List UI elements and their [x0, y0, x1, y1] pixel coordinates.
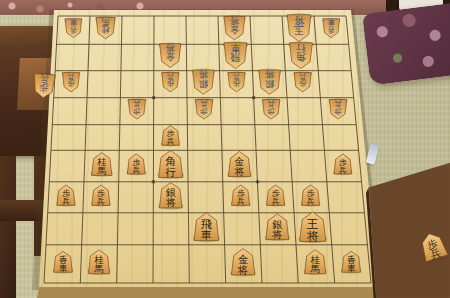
piece-kanji-bottom: 車 [59, 263, 68, 273]
hoshi-dot [256, 180, 259, 183]
shogi-piece-N[interactable]: 桂馬 [304, 250, 327, 275]
piece-kanji-bottom: 将 [271, 228, 282, 240]
shogi-piece-G[interactable]: 金将 [223, 15, 246, 40]
piece-kanji-bottom: 将 [229, 16, 240, 27]
piece-kanji-bottom: 車 [69, 18, 77, 27]
shogi-piece-P[interactable]: 歩兵 [231, 185, 251, 207]
piece-kanji-bottom: 兵 [39, 73, 49, 85]
shogi-piece-G[interactable]: 金将 [230, 249, 256, 277]
shogi-piece-P[interactable]: 歩兵 [126, 154, 146, 175]
piece-kanji-bottom: 兵 [307, 196, 315, 206]
shogi-piece-N[interactable]: 桂馬 [91, 153, 113, 177]
shogi-piece-P[interactable]: 歩兵 [32, 72, 57, 99]
piece-kanji-bottom: 兵 [237, 196, 245, 206]
shogi-piece-B[interactable]: 角行 [288, 41, 313, 68]
shogi-piece-K[interactable]: 王将 [298, 212, 327, 243]
shogi-piece-L[interactable]: 香車 [53, 251, 74, 273]
shogi-piece-L[interactable]: 香車 [341, 251, 362, 273]
piece-kanji-bottom: 兵 [334, 99, 342, 108]
piece-kanji-bottom: 馬 [101, 17, 111, 27]
shogi-piece-P[interactable]: 歩兵 [62, 71, 81, 91]
piece-kanji-bottom: 兵 [167, 137, 175, 146]
shogi-piece-N[interactable]: 桂馬 [87, 250, 110, 275]
piece-kanji-bottom: 兵 [267, 99, 275, 108]
shogi-piece-G[interactable]: 金将 [159, 42, 182, 67]
shogi-piece-P[interactable]: 歩兵 [91, 185, 111, 207]
piece-kanji-bottom: 馬 [93, 263, 104, 274]
hoshi-dot [152, 96, 155, 99]
shogi-piece-R[interactable]: 飛車 [193, 213, 220, 242]
shogi-piece-P[interactable]: 歩兵 [333, 154, 353, 175]
shogi-piece-P[interactable]: 歩兵 [262, 98, 281, 119]
board-grid-lines [44, 16, 371, 283]
piece-kanji-bottom: 兵 [62, 196, 70, 206]
hoshi-dot [252, 96, 255, 99]
shogi-piece-G[interactable]: 金将 [227, 152, 252, 179]
shogi-scene: 香車桂馬金将玉将香車金将飛車角行歩兵歩兵銀将歩兵銀将歩兵歩兵歩兵歩兵歩兵歩兵桂馬… [0, 0, 450, 298]
shogi-piece-P[interactable]: 歩兵 [417, 230, 450, 264]
shogi-piece-S[interactable]: 銀将 [192, 69, 216, 95]
piece-kanji-bottom: 兵 [97, 196, 105, 206]
piece-kanji-bottom: 行 [165, 166, 176, 179]
piece-kanji-bottom: 馬 [309, 263, 320, 274]
shogi-piece-N[interactable]: 桂馬 [95, 16, 116, 39]
piece-kanji-bottom: 将 [264, 69, 275, 80]
piece-kanji-bottom: 兵 [132, 166, 140, 175]
shogi-piece-S[interactable]: 銀将 [158, 183, 183, 210]
piece-kanji-bottom: 将 [198, 69, 209, 80]
shogi-piece-P[interactable]: 歩兵 [266, 185, 286, 207]
piece-kanji-bottom: 将 [165, 197, 176, 208]
piece-kanji-bottom: 兵 [272, 196, 280, 206]
piece-kanji-bottom: 兵 [166, 72, 174, 81]
piece-kanji-bottom: 兵 [299, 72, 307, 81]
shogi-piece-P[interactable]: 歩兵 [127, 98, 146, 119]
pieces-layer: 香車桂馬金将玉将香車金将飛車角行歩兵歩兵銀将歩兵銀将歩兵歩兵歩兵歩兵歩兵歩兵桂馬… [32, 13, 450, 276]
piece-kanji-bottom: 将 [294, 14, 306, 27]
piece-kanji-bottom: 車 [201, 229, 212, 242]
shogi-piece-P[interactable]: 歩兵 [161, 126, 180, 147]
shogi-piece-P[interactable]: 歩兵 [161, 71, 180, 91]
piece-kanji-bottom: 行 [296, 43, 306, 54]
board-grid-and-pieces: 香車桂馬金将玉将香車金将飛車角行歩兵歩兵銀将歩兵銀将歩兵歩兵歩兵歩兵歩兵歩兵桂馬… [0, 0, 450, 298]
shogi-piece-P[interactable]: 歩兵 [301, 185, 321, 207]
piece-kanji-bottom: 将 [237, 264, 249, 276]
piece-kanji-bottom: 将 [165, 43, 176, 54]
piece-kanji-bottom: 車 [230, 43, 241, 54]
piece-kanji-bottom: 兵 [339, 166, 347, 175]
shogi-piece-P[interactable]: 歩兵 [56, 185, 76, 207]
piece-kanji-bottom: 車 [327, 18, 335, 27]
piece-kanji-bottom: 将 [234, 166, 245, 177]
piece-kanji-bottom: 兵 [133, 99, 141, 108]
shogi-piece-L[interactable]: 香車 [322, 18, 340, 38]
shogi-piece-P[interactable]: 歩兵 [227, 71, 246, 91]
shogi-piece-K[interactable]: 玉将 [286, 13, 312, 41]
shogi-piece-P[interactable]: 歩兵 [329, 98, 348, 119]
shogi-piece-P[interactable]: 歩兵 [194, 98, 213, 119]
shogi-piece-S[interactable]: 銀将 [265, 214, 290, 241]
shogi-piece-L[interactable]: 香車 [64, 18, 82, 38]
piece-kanji-bottom: 兵 [232, 72, 240, 81]
piece-kanji-bottom: 馬 [96, 166, 106, 176]
piece-kanji-bottom: 兵 [67, 72, 75, 81]
piece-kanji-bottom: 兵 [200, 99, 208, 108]
shogi-piece-R[interactable]: 飛車 [223, 41, 248, 68]
shogi-piece-P[interactable]: 歩兵 [293, 71, 312, 91]
hoshi-dot [152, 180, 155, 183]
shogi-piece-B[interactable]: 角行 [157, 151, 184, 180]
piece-kanji-bottom: 将 [307, 229, 319, 243]
piece-kanji-bottom: 車 [347, 263, 356, 273]
shogi-piece-S[interactable]: 銀将 [258, 69, 282, 95]
